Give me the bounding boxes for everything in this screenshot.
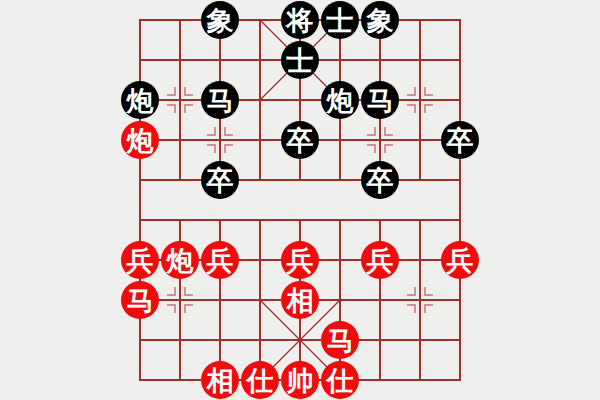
piece-red-elephant[interactable]: 相	[281, 281, 319, 319]
piece-black-horse[interactable]: 马	[361, 81, 399, 119]
river-cell	[259, 179, 299, 219]
grid-cell	[419, 19, 461, 59]
piece-black-soldier[interactable]: 卒	[441, 121, 479, 159]
piece-red-general[interactable]: 帅	[281, 361, 319, 399]
grid-cell	[419, 339, 461, 381]
grid-cell	[419, 299, 461, 339]
piece-black-cannon[interactable]: 炮	[121, 81, 159, 119]
piece-black-general[interactable]: 将	[281, 1, 319, 39]
river-cell	[139, 179, 179, 219]
grid-cell	[219, 299, 259, 339]
piece-red-horse[interactable]: 马	[321, 321, 359, 359]
grid-cell	[419, 59, 461, 99]
xiangqi-board[interactable]: 象将士象士炮马炮马炮卒卒卒卒兵炮兵兵兵兵马相马相仕帅仕	[139, 19, 461, 381]
piece-black-soldier[interactable]: 卒	[201, 161, 239, 199]
piece-black-elephant[interactable]: 象	[201, 1, 239, 39]
piece-red-cannon[interactable]: 炮	[121, 121, 159, 159]
grid-cell	[379, 299, 419, 339]
piece-red-horse[interactable]: 马	[121, 281, 159, 319]
piece-black-soldier[interactable]: 卒	[361, 161, 399, 199]
piece-red-advisor[interactable]: 仕	[321, 361, 359, 399]
piece-red-soldier[interactable]: 兵	[121, 241, 159, 279]
piece-red-soldier[interactable]: 兵	[201, 241, 239, 279]
grid-cell	[179, 299, 219, 339]
piece-black-advisor[interactable]: 士	[281, 41, 319, 79]
piece-red-soldier[interactable]: 兵	[361, 241, 399, 279]
piece-black-soldier[interactable]: 卒	[281, 121, 319, 159]
river-cell	[419, 179, 461, 219]
piece-red-advisor[interactable]: 仕	[241, 361, 279, 399]
piece-black-cannon[interactable]: 炮	[321, 81, 359, 119]
piece-black-advisor[interactable]: 士	[321, 1, 359, 39]
grid-cell	[379, 339, 419, 381]
river-cell	[299, 179, 339, 219]
piece-red-cannon[interactable]: 炮	[161, 241, 199, 279]
piece-red-soldier[interactable]: 兵	[441, 241, 479, 279]
piece-red-soldier[interactable]: 兵	[281, 241, 319, 279]
grid-cell	[139, 339, 179, 381]
piece-black-horse[interactable]: 马	[201, 81, 239, 119]
piece-black-elephant[interactable]: 象	[361, 1, 399, 39]
grid-cell	[139, 19, 179, 59]
xiangqi-app: 象将士象士炮马炮马炮卒卒卒卒兵炮兵兵兵兵马相马相仕帅仕	[0, 0, 600, 400]
piece-red-elephant[interactable]: 相	[201, 361, 239, 399]
